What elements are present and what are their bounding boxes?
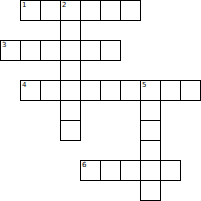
cell-r2c2[interactable] (40, 40, 61, 61)
cell-r2c1[interactable] (20, 40, 41, 61)
cell-r0c2[interactable] (40, 0, 61, 21)
cell-r8c4[interactable]: 6 (80, 160, 101, 181)
cell-r0c5[interactable] (100, 0, 121, 21)
clue-number: 3 (2, 41, 6, 49)
cell-r5c7[interactable] (140, 100, 161, 121)
cell-r0c6[interactable] (120, 0, 141, 21)
cell-r1c3[interactable] (60, 20, 81, 41)
cell-r8c6[interactable] (120, 160, 141, 181)
cell-r4c1[interactable]: 4 (20, 80, 41, 101)
cell-r0c3[interactable]: 2 (60, 0, 81, 21)
cell-r4c9[interactable] (180, 80, 201, 101)
cell-r3c3[interactable] (60, 60, 81, 81)
cell-r2c3[interactable] (60, 40, 81, 61)
cell-r4c7[interactable]: 5 (140, 80, 161, 101)
cell-r8c5[interactable] (100, 160, 121, 181)
clue-number: 1 (22, 1, 26, 9)
cell-r8c7[interactable] (140, 160, 161, 181)
cell-r2c5[interactable] (100, 40, 121, 61)
cell-r2c0[interactable]: 3 (0, 40, 21, 61)
cell-r4c4[interactable] (80, 80, 101, 101)
clue-number: 2 (62, 1, 66, 9)
clue-number: 6 (82, 161, 86, 169)
cell-r9c7[interactable] (140, 180, 161, 201)
cell-r6c7[interactable] (140, 120, 161, 141)
cell-r7c7[interactable] (140, 140, 161, 161)
crossword-board: 123456 (0, 0, 201, 201)
cell-r4c5[interactable] (100, 80, 121, 101)
cell-r8c8[interactable] (160, 160, 181, 181)
cell-r0c1[interactable]: 1 (20, 0, 41, 21)
cell-r4c6[interactable] (120, 80, 141, 101)
cell-r4c8[interactable] (160, 80, 181, 101)
cell-r5c3[interactable] (60, 100, 81, 121)
cell-r0c4[interactable] (80, 0, 101, 21)
cell-r4c2[interactable] (40, 80, 61, 101)
clue-number: 5 (142, 81, 146, 89)
cell-r4c3[interactable] (60, 80, 81, 101)
cell-r2c4[interactable] (80, 40, 101, 61)
clue-number: 4 (22, 81, 26, 89)
cell-r6c3[interactable] (60, 120, 81, 141)
